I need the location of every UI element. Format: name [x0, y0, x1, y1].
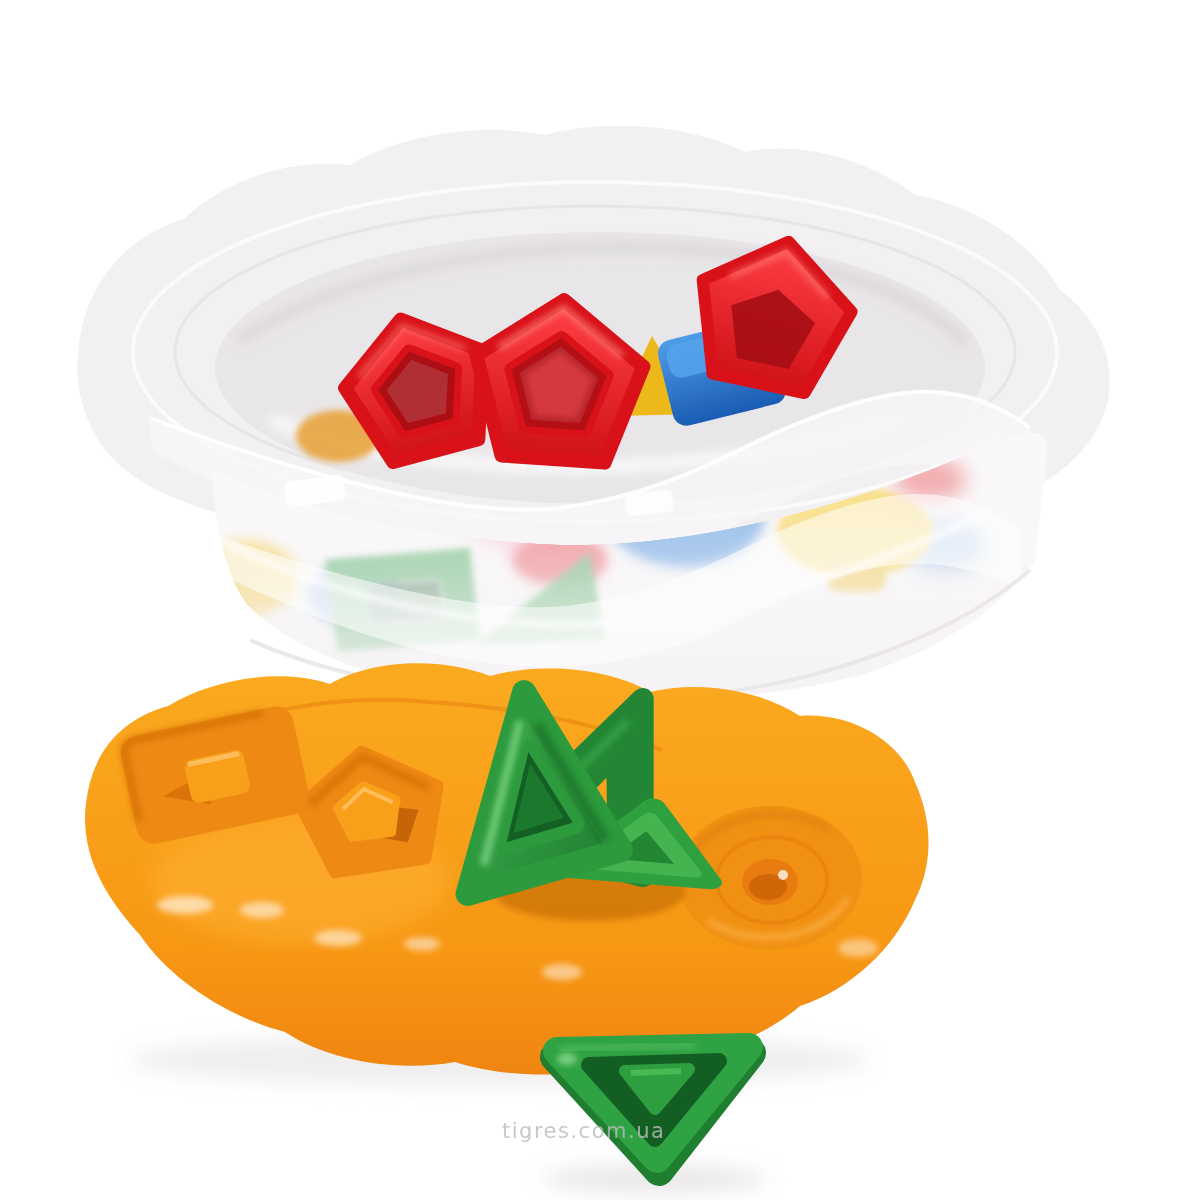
- triangle-block-peg-highlight: [631, 1071, 681, 1073]
- watermark-text: tigres.com.ua: [502, 1119, 665, 1143]
- toy-scene-canvas: tigres.com.ua: [0, 0, 1200, 1200]
- circle-socket-specular: [778, 870, 788, 880]
- product-photo: tigres.com.ua: [0, 0, 1200, 1200]
- triangle-block-specular: [557, 1053, 577, 1065]
- storage-container: [77, 126, 1109, 703]
